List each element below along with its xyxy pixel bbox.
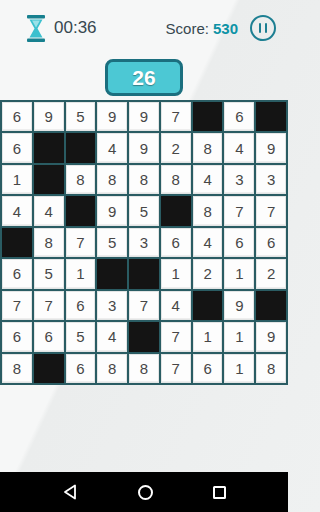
grid-cell[interactable]: 3 xyxy=(129,228,159,257)
grid-cell[interactable]: 8 xyxy=(256,354,286,383)
grid-cell[interactable]: 6 xyxy=(2,133,32,162)
grid-cell[interactable]: 8 xyxy=(34,228,64,257)
grid-cell[interactable]: 7 xyxy=(161,322,191,351)
grid-cell[interactable]: 9 xyxy=(256,322,286,351)
score-group: Score: 530 xyxy=(166,15,276,41)
grid-cell[interactable]: 5 xyxy=(97,228,127,257)
grid-cell[interactable]: 1 xyxy=(2,165,32,194)
grid-cell[interactable]: 1 xyxy=(224,259,254,288)
timer-value: 00:36 xyxy=(54,18,97,38)
grid-cell-black[interactable] xyxy=(34,354,64,383)
grid-cell[interactable]: 5 xyxy=(66,102,96,131)
pause-icon xyxy=(259,23,262,33)
grid-cell-black[interactable] xyxy=(2,228,32,257)
grid-cell[interactable]: 7 xyxy=(161,102,191,131)
grid-cell[interactable]: 1 xyxy=(193,322,223,351)
grid-cell-black[interactable] xyxy=(97,259,127,288)
grid-cell[interactable]: 4 xyxy=(224,133,254,162)
grid-cell-black[interactable] xyxy=(66,133,96,162)
grid-cell-black[interactable] xyxy=(34,165,64,194)
grid-cell[interactable]: 8 xyxy=(66,165,96,194)
grid-cell[interactable]: 3 xyxy=(256,165,286,194)
grid-cell[interactable]: 6 xyxy=(2,102,32,131)
grid-cell[interactable]: 9 xyxy=(97,102,127,131)
pause-button[interactable] xyxy=(250,15,276,41)
grid-cell[interactable]: 6 xyxy=(224,228,254,257)
grid-cell[interactable]: 7 xyxy=(161,354,191,383)
grid-cell-black[interactable] xyxy=(193,291,223,320)
grid-cell[interactable]: 7 xyxy=(34,291,64,320)
header: 00:36 Score: 530 xyxy=(0,0,288,56)
grid-cell[interactable]: 5 xyxy=(34,259,64,288)
grid-cell[interactable]: 1 xyxy=(66,259,96,288)
grid-cell-black[interactable] xyxy=(34,133,64,162)
puzzle-grid: 6959976649284918888433449587787536466651… xyxy=(0,100,288,385)
grid-cell[interactable]: 6 xyxy=(2,322,32,351)
back-icon[interactable] xyxy=(62,483,78,501)
grid-cell[interactable]: 4 xyxy=(97,322,127,351)
grid-cell[interactable]: 7 xyxy=(256,196,286,225)
grid-cell[interactable]: 5 xyxy=(129,196,159,225)
score-label: Score: xyxy=(166,20,209,37)
grid-cell[interactable]: 2 xyxy=(161,133,191,162)
grid-cell[interactable]: 4 xyxy=(161,291,191,320)
grid-cell-black[interactable] xyxy=(161,196,191,225)
grid-cell[interactable]: 8 xyxy=(193,133,223,162)
grid-cell-black[interactable] xyxy=(66,196,96,225)
grid-cell[interactable]: 4 xyxy=(2,196,32,225)
timer-group: 00:36 xyxy=(26,15,97,42)
grid-cell[interactable]: 8 xyxy=(97,354,127,383)
grid-cell-black[interactable] xyxy=(193,102,223,131)
grid-cell[interactable]: 9 xyxy=(129,102,159,131)
grid-cell[interactable]: 8 xyxy=(193,196,223,225)
grid-cell[interactable]: 9 xyxy=(129,133,159,162)
pause-icon xyxy=(265,23,268,33)
grid-cell-black[interactable] xyxy=(256,291,286,320)
grid-cell[interactable]: 6 xyxy=(193,354,223,383)
grid-cell[interactable]: 1 xyxy=(161,259,191,288)
grid-cell[interactable]: 6 xyxy=(66,291,96,320)
grid-cell[interactable]: 6 xyxy=(161,228,191,257)
grid-cell[interactable]: 4 xyxy=(97,133,127,162)
target-number-badge: 26 xyxy=(105,59,183,96)
grid-cell-black[interactable] xyxy=(256,102,286,131)
grid-cell[interactable]: 5 xyxy=(66,322,96,351)
grid-cell[interactable]: 9 xyxy=(256,133,286,162)
grid-cell[interactable]: 2 xyxy=(193,259,223,288)
android-navbar xyxy=(0,472,288,512)
grid-cell-black[interactable] xyxy=(129,322,159,351)
recents-icon[interactable] xyxy=(213,486,226,499)
grid-cell[interactable]: 8 xyxy=(97,165,127,194)
grid-cell[interactable]: 6 xyxy=(34,322,64,351)
grid-cell[interactable]: 3 xyxy=(97,291,127,320)
grid-cell[interactable]: 4 xyxy=(193,165,223,194)
grid-cell[interactable]: 6 xyxy=(66,354,96,383)
grid-cell[interactable]: 1 xyxy=(224,322,254,351)
grid-cell[interactable]: 7 xyxy=(66,228,96,257)
grid-cell-black[interactable] xyxy=(129,259,159,288)
grid-cell[interactable]: 9 xyxy=(224,291,254,320)
grid-cell[interactable]: 7 xyxy=(129,291,159,320)
hourglass-icon xyxy=(26,15,46,42)
grid-cell[interactable]: 8 xyxy=(2,354,32,383)
grid-cell[interactable]: 4 xyxy=(193,228,223,257)
grid-cell[interactable]: 7 xyxy=(2,291,32,320)
grid-cell[interactable]: 8 xyxy=(161,165,191,194)
grid-cell[interactable]: 6 xyxy=(256,228,286,257)
grid-cell[interactable]: 3 xyxy=(224,165,254,194)
grid-cell[interactable]: 6 xyxy=(2,259,32,288)
grid-cell[interactable]: 8 xyxy=(129,165,159,194)
grid-cell[interactable]: 2 xyxy=(256,259,286,288)
home-icon[interactable] xyxy=(138,485,153,500)
grid-cell[interactable]: 9 xyxy=(97,196,127,225)
grid-cell[interactable]: 8 xyxy=(129,354,159,383)
grid-cell[interactable]: 1 xyxy=(224,354,254,383)
grid-cell[interactable]: 7 xyxy=(224,196,254,225)
grid-cell[interactable]: 6 xyxy=(224,102,254,131)
grid-cell[interactable]: 9 xyxy=(34,102,64,131)
grid-cell[interactable]: 4 xyxy=(34,196,64,225)
score-value: 530 xyxy=(213,20,238,37)
